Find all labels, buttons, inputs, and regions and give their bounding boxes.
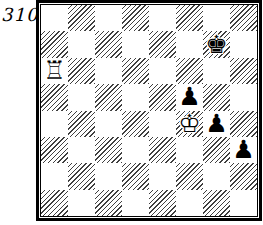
white-king: ♚♔ [176, 111, 203, 137]
square-g8 [203, 5, 230, 31]
black-pawn: ♟ [176, 84, 203, 110]
square-h1 [230, 190, 257, 216]
square-d5 [122, 84, 149, 110]
square-c4 [95, 111, 122, 137]
diagram-number: 310 [1, 4, 38, 25]
black-pawn: ♟ [203, 111, 230, 137]
square-b8 [68, 5, 95, 31]
square-a5 [41, 84, 68, 110]
square-f7 [176, 31, 203, 57]
square-e1 [149, 190, 176, 216]
square-h3: ♟ [230, 137, 257, 163]
black-pawn-glyph: ♟ [178, 84, 200, 109]
square-c5 [95, 84, 122, 110]
square-b3 [68, 137, 95, 163]
square-h6 [230, 58, 257, 84]
square-b7 [68, 31, 95, 57]
square-c6 [95, 58, 122, 84]
square-e4 [149, 111, 176, 137]
square-b1 [68, 190, 95, 216]
black-pawn: ♟ [230, 137, 257, 163]
square-h8 [230, 5, 257, 31]
square-c7 [95, 31, 122, 57]
black-king: ♚ [203, 31, 230, 57]
square-f5: ♟ [176, 84, 203, 110]
square-g1 [203, 190, 230, 216]
square-d6 [122, 58, 149, 84]
square-f1 [176, 190, 203, 216]
square-a2 [41, 163, 68, 189]
square-d3 [122, 137, 149, 163]
chess-board-frame: ♚♜♖♟♚♔♟♟ [36, 0, 262, 221]
black-pawn-glyph: ♟ [205, 111, 227, 136]
square-e3 [149, 137, 176, 163]
chess-board: ♚♜♖♟♚♔♟♟ [40, 4, 258, 217]
square-b5 [68, 84, 95, 110]
square-d2 [122, 163, 149, 189]
black-pawn-glyph: ♟ [232, 137, 254, 162]
white-rook-glyph: ♖ [43, 58, 65, 83]
square-e2 [149, 163, 176, 189]
square-a6: ♜♖ [41, 58, 68, 84]
square-f2 [176, 163, 203, 189]
square-e7 [149, 31, 176, 57]
square-b6 [68, 58, 95, 84]
white-rook: ♜♖ [41, 58, 68, 84]
square-d4 [122, 111, 149, 137]
square-b2 [68, 163, 95, 189]
square-c3 [95, 137, 122, 163]
square-d7 [122, 31, 149, 57]
square-a3 [41, 137, 68, 163]
white-king-glyph: ♔ [178, 111, 200, 136]
square-f4: ♚♔ [176, 111, 203, 137]
square-g5 [203, 84, 230, 110]
square-f3 [176, 137, 203, 163]
square-b4 [68, 111, 95, 137]
square-e6 [149, 58, 176, 84]
square-a7 [41, 31, 68, 57]
square-d8 [122, 5, 149, 31]
square-c8 [95, 5, 122, 31]
square-a4 [41, 111, 68, 137]
square-f8 [176, 5, 203, 31]
square-f6 [176, 58, 203, 84]
square-e5 [149, 84, 176, 110]
square-h5 [230, 84, 257, 110]
square-a1 [41, 190, 68, 216]
black-king-glyph: ♚ [205, 32, 227, 57]
square-h4 [230, 111, 257, 137]
square-d1 [122, 190, 149, 216]
square-g7: ♚ [203, 31, 230, 57]
square-g2 [203, 163, 230, 189]
square-g3 [203, 137, 230, 163]
square-g6 [203, 58, 230, 84]
square-c1 [95, 190, 122, 216]
square-g4: ♟ [203, 111, 230, 137]
square-h2 [230, 163, 257, 189]
square-e8 [149, 5, 176, 31]
square-h7 [230, 31, 257, 57]
square-c2 [95, 163, 122, 189]
square-a8 [41, 5, 68, 31]
